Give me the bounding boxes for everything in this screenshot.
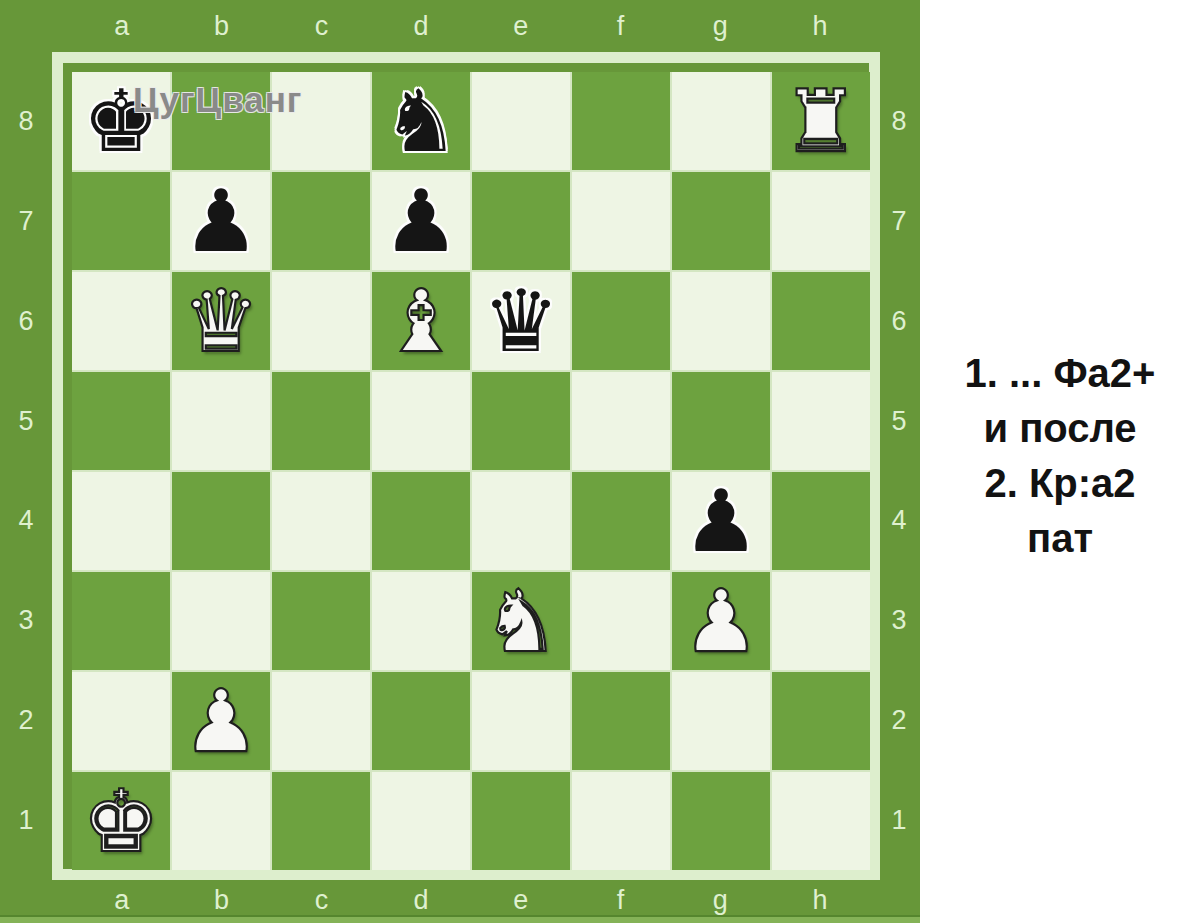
square-h3[interactable] <box>772 572 870 670</box>
square-a2[interactable] <box>72 672 170 770</box>
square-g7[interactable] <box>672 172 770 270</box>
square-a3[interactable] <box>72 572 170 670</box>
file-label-top-c: c <box>272 0 372 52</box>
screenshot-root: abcdefgh 87654321 ♚♞♜♟♟♛♝♛♟♞♟♟♚ 87654321… <box>0 0 1200 923</box>
square-f7[interactable] <box>572 172 670 270</box>
square-h7[interactable] <box>772 172 870 270</box>
square-e6[interactable]: ♛ <box>472 272 570 370</box>
rank-label-left-7: 7 <box>0 172 52 272</box>
rank-label-right-7: 7 <box>878 172 920 272</box>
rank-label-right-4: 4 <box>878 471 920 571</box>
piece-white-bishop-d6[interactable]: ♝ <box>382 278 459 364</box>
file-label-bottom-c: c <box>272 880 372 920</box>
file-label-top-b: b <box>172 0 272 52</box>
square-c5[interactable] <box>272 372 370 470</box>
square-e8[interactable] <box>472 72 570 170</box>
rank-label-right-2: 2 <box>878 671 920 771</box>
square-h5[interactable] <box>772 372 870 470</box>
square-g5[interactable] <box>672 372 770 470</box>
square-e4[interactable] <box>472 472 570 570</box>
square-c2[interactable] <box>272 672 370 770</box>
square-e1[interactable] <box>472 772 570 870</box>
square-d1[interactable] <box>372 772 470 870</box>
piece-white-king-a1[interactable]: ♚ <box>82 778 159 864</box>
annotation-line-2: и после <box>983 401 1136 456</box>
file-label-top-g: g <box>671 0 771 52</box>
rank-labels-right: 87654321 <box>878 72 920 870</box>
square-e3[interactable]: ♞ <box>472 572 570 670</box>
file-label-top-d: d <box>371 0 471 52</box>
square-g1[interactable] <box>672 772 770 870</box>
square-h8[interactable]: ♜ <box>772 72 870 170</box>
file-label-bottom-e: e <box>471 880 571 920</box>
square-a8[interactable]: ♚ <box>72 72 170 170</box>
square-b5[interactable] <box>172 372 270 470</box>
annotation-line-1: 1. ... Фа2+ <box>965 346 1156 401</box>
square-b6[interactable]: ♛ <box>172 272 270 370</box>
square-c7[interactable] <box>272 172 370 270</box>
piece-black-king-a8[interactable]: ♚ <box>82 78 159 164</box>
square-f4[interactable] <box>572 472 670 570</box>
piece-white-knight-e3[interactable]: ♞ <box>482 578 559 664</box>
piece-black-queen-e6[interactable]: ♛ <box>482 278 559 364</box>
piece-black-pawn-d7[interactable]: ♟ <box>382 178 459 264</box>
square-a7[interactable] <box>72 172 170 270</box>
square-h4[interactable] <box>772 472 870 570</box>
square-d5[interactable] <box>372 372 470 470</box>
chess-board: ♚♞♜♟♟♛♝♛♟♞♟♟♚ <box>72 72 870 870</box>
square-c1[interactable] <box>272 772 370 870</box>
piece-black-pawn-g4[interactable]: ♟ <box>682 478 759 564</box>
file-label-bottom-a: a <box>72 880 172 920</box>
file-label-bottom-d: d <box>371 880 471 920</box>
rank-labels-left: 87654321 <box>0 72 52 870</box>
rank-label-left-2: 2 <box>0 671 52 771</box>
square-e2[interactable] <box>472 672 570 770</box>
chess-board-panel: abcdefgh 87654321 ♚♞♜♟♟♛♝♛♟♞♟♟♚ 87654321… <box>0 0 920 923</box>
square-d6[interactable]: ♝ <box>372 272 470 370</box>
rank-label-left-8: 8 <box>0 72 52 172</box>
rank-label-left-1: 1 <box>0 770 52 870</box>
square-a6[interactable] <box>72 272 170 370</box>
square-e5[interactable] <box>472 372 570 470</box>
file-label-bottom-g: g <box>671 880 771 920</box>
square-h6[interactable] <box>772 272 870 370</box>
rank-label-left-6: 6 <box>0 272 52 372</box>
square-a1[interactable]: ♚ <box>72 772 170 870</box>
piece-black-knight-d8[interactable]: ♞ <box>382 78 459 164</box>
rank-label-left-4: 4 <box>0 471 52 571</box>
square-d7[interactable]: ♟ <box>372 172 470 270</box>
square-b8[interactable] <box>172 72 270 170</box>
file-label-top-a: a <box>72 0 172 52</box>
square-c3[interactable] <box>272 572 370 670</box>
file-label-top-e: e <box>471 0 571 52</box>
square-h2[interactable] <box>772 672 870 770</box>
square-f6[interactable] <box>572 272 670 370</box>
square-f5[interactable] <box>572 372 670 470</box>
square-b1[interactable] <box>172 772 270 870</box>
square-b7[interactable]: ♟ <box>172 172 270 270</box>
piece-white-queen-b6[interactable]: ♛ <box>182 278 259 364</box>
square-h1[interactable] <box>772 772 870 870</box>
rank-label-left-3: 3 <box>0 571 52 671</box>
annotation-panel: 1. ... Фа2+ и после 2. Кр:а2 пат <box>920 0 1200 923</box>
square-g2[interactable] <box>672 672 770 770</box>
square-d3[interactable] <box>372 572 470 670</box>
square-b3[interactable] <box>172 572 270 670</box>
square-d8[interactable]: ♞ <box>372 72 470 170</box>
square-g3[interactable]: ♟ <box>672 572 770 670</box>
file-label-bottom-f: f <box>571 880 671 920</box>
square-f3[interactable] <box>572 572 670 670</box>
rank-label-right-3: 3 <box>878 571 920 671</box>
square-d4[interactable] <box>372 472 470 570</box>
annotation-line-3: 2. Кр:а2 <box>984 456 1135 511</box>
piece-white-pawn-g3[interactable]: ♟ <box>682 578 759 664</box>
file-labels-top: abcdefgh <box>72 0 870 52</box>
square-f8[interactable] <box>572 72 670 170</box>
annotation-line-4: пат <box>1027 511 1093 566</box>
file-label-bottom-h: h <box>770 880 870 920</box>
file-labels-bottom: abcdefgh <box>72 880 870 920</box>
square-a5[interactable] <box>72 372 170 470</box>
file-label-top-f: f <box>571 0 671 52</box>
rank-label-left-5: 5 <box>0 371 52 471</box>
square-f1[interactable] <box>572 772 670 870</box>
square-c8[interactable] <box>272 72 370 170</box>
square-f2[interactable] <box>572 672 670 770</box>
square-g6[interactable] <box>672 272 770 370</box>
square-b2[interactable]: ♟ <box>172 672 270 770</box>
square-g8[interactable] <box>672 72 770 170</box>
square-e7[interactable] <box>472 172 570 270</box>
file-label-bottom-b: b <box>172 880 272 920</box>
square-c6[interactable] <box>272 272 370 370</box>
file-label-top-h: h <box>770 0 870 52</box>
square-c4[interactable] <box>272 472 370 570</box>
piece-black-pawn-b7[interactable]: ♟ <box>182 178 259 264</box>
square-g4[interactable]: ♟ <box>672 472 770 570</box>
square-d2[interactable] <box>372 672 470 770</box>
square-a4[interactable] <box>72 472 170 570</box>
rank-label-right-6: 6 <box>878 272 920 372</box>
square-b4[interactable] <box>172 472 270 570</box>
piece-white-pawn-b2[interactable]: ♟ <box>182 678 259 764</box>
piece-white-rook-h8[interactable]: ♜ <box>782 78 859 164</box>
rank-label-right-5: 5 <box>878 371 920 471</box>
rank-label-right-1: 1 <box>878 770 920 870</box>
bottom-edge-strip <box>0 915 920 923</box>
rank-label-right-8: 8 <box>878 72 920 172</box>
